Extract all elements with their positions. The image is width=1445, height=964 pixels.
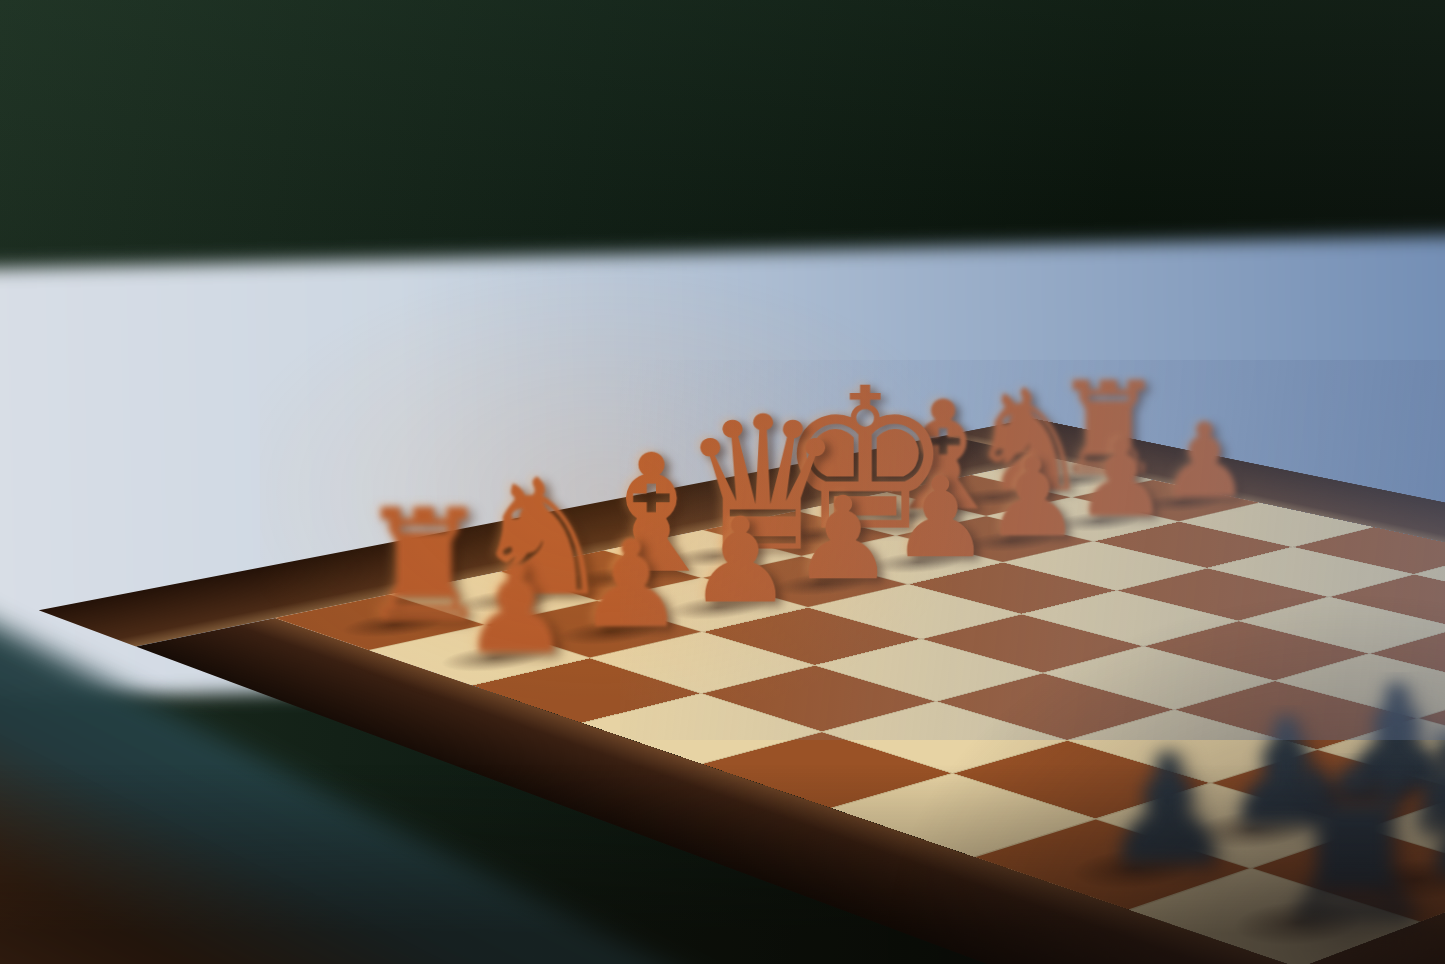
bottom-shadow bbox=[0, 764, 1445, 964]
chess-set-photo-scene: ♜♞♝♛♚♝♞♜♟♟♟♟♟♟♟♟♟♟♟♟♟♟♟♟♜♞♝♛♚♝♞♜ bbox=[0, 0, 1445, 964]
